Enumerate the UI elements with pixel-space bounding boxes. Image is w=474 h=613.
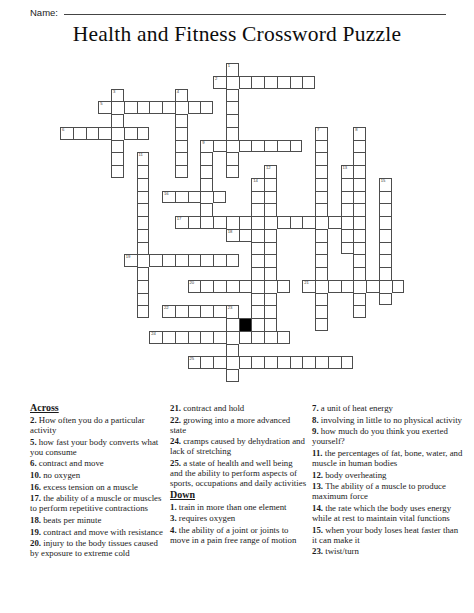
grid-cell[interactable] bbox=[353, 280, 366, 293]
grid-cell[interactable] bbox=[200, 305, 213, 318]
grid-cell[interactable] bbox=[200, 203, 213, 216]
clue-item: 17. the ability of a muscle or muscles t… bbox=[30, 493, 167, 513]
grid-cell[interactable] bbox=[379, 203, 392, 216]
grid-cell[interactable] bbox=[379, 254, 392, 267]
grid-cell[interactable] bbox=[264, 203, 277, 216]
clue-item: 5. how fast your body converts what you … bbox=[30, 437, 167, 457]
grid-cell[interactable] bbox=[188, 191, 201, 204]
grid-cell[interactable] bbox=[111, 114, 124, 127]
grid-cell[interactable] bbox=[251, 191, 264, 204]
grid-cell[interactable] bbox=[302, 216, 315, 229]
grid-cell[interactable] bbox=[341, 203, 354, 216]
grid-cell[interactable]: 22 bbox=[162, 305, 175, 318]
grid-cell[interactable] bbox=[264, 356, 277, 369]
grid-cell[interactable] bbox=[188, 254, 201, 267]
grid-cell[interactable] bbox=[175, 152, 188, 165]
grid-cell[interactable] bbox=[353, 254, 366, 267]
grid-cell[interactable] bbox=[239, 140, 252, 153]
grid-cell[interactable] bbox=[251, 318, 264, 331]
grid-cell[interactable]: 6 bbox=[60, 127, 73, 140]
clue-number: 11 bbox=[139, 153, 143, 158]
grid-cell[interactable]: 15 bbox=[379, 178, 392, 191]
clues-across-header: Across bbox=[30, 403, 167, 413]
clues-column-1: Across2. How often you do a particular a… bbox=[30, 403, 167, 560]
clues-column-2: 21. contract and hold22. growing into a … bbox=[170, 403, 307, 547]
grid-cell[interactable] bbox=[251, 254, 264, 267]
clues-down-header: Down bbox=[170, 490, 307, 500]
grid-cell[interactable] bbox=[98, 127, 111, 140]
grid-cell[interactable] bbox=[392, 280, 405, 293]
grid-cell[interactable] bbox=[353, 229, 366, 242]
grid-cell[interactable] bbox=[226, 127, 239, 140]
grid-cell[interactable] bbox=[175, 140, 188, 153]
clue-item: 14. the rate which the body uses energy … bbox=[312, 503, 464, 523]
clue-number: 18 bbox=[228, 230, 233, 235]
grid-cell[interactable] bbox=[290, 140, 303, 153]
grid-cell[interactable] bbox=[251, 216, 264, 229]
grid-cell[interactable] bbox=[226, 318, 239, 331]
clue-item: 9. how much do you think you exerted you… bbox=[312, 426, 464, 446]
grid-cell[interactable]: 9 bbox=[200, 140, 213, 153]
grid-cell[interactable] bbox=[226, 165, 239, 178]
grid-cell[interactable] bbox=[353, 165, 366, 178]
clue-item: 6. contract and move bbox=[30, 458, 167, 468]
grid-cell[interactable] bbox=[200, 280, 213, 293]
clue-item: 2. How often you do a particular activit… bbox=[30, 415, 167, 435]
clue-number: 25 bbox=[190, 357, 195, 362]
grid-cell[interactable] bbox=[341, 280, 354, 293]
clue-number: 24 bbox=[151, 332, 156, 337]
clue-item: 16. excess tension on a muscle bbox=[30, 482, 167, 492]
grid-cell[interactable] bbox=[264, 229, 277, 242]
grid-cell[interactable] bbox=[188, 216, 201, 229]
grid-cell[interactable]: 12 bbox=[264, 165, 277, 178]
grid-cell[interactable]: 3 bbox=[111, 89, 124, 102]
grid-cell[interactable] bbox=[137, 165, 150, 178]
grid-cell[interactable] bbox=[251, 229, 264, 242]
grid-cell[interactable] bbox=[226, 254, 239, 267]
grid-cell[interactable] bbox=[175, 331, 188, 344]
grid-cell[interactable] bbox=[73, 127, 86, 140]
clue-number: 1 bbox=[228, 64, 230, 69]
clue-item: 18. beats per minute bbox=[30, 515, 167, 525]
grid-cell[interactable] bbox=[200, 101, 213, 114]
crossword-grid: 123456789111213141516171819202122232425 bbox=[60, 63, 404, 382]
grid-cell[interactable] bbox=[290, 356, 303, 369]
grid-cell[interactable] bbox=[353, 293, 366, 306]
grid-cell[interactable] bbox=[213, 356, 226, 369]
grid-cell[interactable] bbox=[137, 229, 150, 242]
worksheet-page: Name: Health and Fitness Crossword Puzzl… bbox=[0, 0, 474, 613]
grid-cell[interactable] bbox=[315, 140, 328, 153]
clue-number: 17 bbox=[177, 217, 182, 222]
grid-cell[interactable] bbox=[137, 242, 150, 255]
grid-cell[interactable] bbox=[264, 254, 277, 267]
clue-item: 11. the percentages of fat, bone, water,… bbox=[312, 448, 464, 468]
grid-cell[interactable] bbox=[353, 203, 366, 216]
grid-cell[interactable]: 20 bbox=[188, 280, 201, 293]
clue-number: 20 bbox=[190, 281, 195, 286]
clue-number: 9 bbox=[202, 141, 204, 146]
grid-cell[interactable] bbox=[239, 331, 252, 344]
clue-item: 20. injury to the body tissues caused by… bbox=[30, 538, 167, 558]
grid-cell[interactable] bbox=[379, 191, 392, 204]
grid-cell[interactable] bbox=[264, 76, 277, 89]
grid-cell[interactable] bbox=[341, 356, 354, 369]
name-row: Name: bbox=[30, 2, 446, 15]
grid-cell[interactable] bbox=[341, 229, 354, 242]
grid-cell[interactable] bbox=[264, 318, 277, 331]
grid-cell[interactable] bbox=[149, 101, 162, 114]
grid-cell[interactable] bbox=[239, 280, 252, 293]
grid-cell[interactable] bbox=[200, 216, 213, 229]
grid-cell[interactable] bbox=[277, 280, 290, 293]
grid-cell[interactable] bbox=[124, 101, 137, 114]
grid-cell[interactable] bbox=[213, 216, 226, 229]
grid-cell[interactable] bbox=[353, 242, 366, 255]
grid-cell[interactable] bbox=[251, 356, 264, 369]
clues-column-3: 7. a unit of heat energy8. involving in … bbox=[312, 403, 464, 558]
grid-cell[interactable] bbox=[86, 127, 99, 140]
grid-cell[interactable] bbox=[226, 152, 239, 165]
grid-cell[interactable] bbox=[315, 178, 328, 191]
grid-cell[interactable] bbox=[200, 165, 213, 178]
grid-cell[interactable] bbox=[251, 242, 264, 255]
grid-cell[interactable] bbox=[111, 152, 124, 165]
grid-cell[interactable] bbox=[315, 203, 328, 216]
grid-cell[interactable] bbox=[213, 280, 226, 293]
grid-cell[interactable] bbox=[200, 191, 213, 204]
clue-item: 21. contract and hold bbox=[170, 403, 307, 413]
grid-cell[interactable] bbox=[264, 191, 277, 204]
grid-cell[interactable] bbox=[251, 267, 264, 280]
clue-number: 16 bbox=[164, 192, 169, 197]
grid-cell[interactable] bbox=[315, 305, 328, 318]
clue-item: 3. requires oxygen bbox=[170, 513, 307, 523]
clue-number: 2 bbox=[215, 77, 217, 82]
clue-number: 19 bbox=[126, 255, 131, 260]
grid-cell[interactable] bbox=[290, 216, 303, 229]
clue-number: 12 bbox=[266, 166, 271, 171]
grid-cell[interactable] bbox=[379, 267, 392, 280]
grid-cell[interactable] bbox=[162, 101, 175, 114]
grid-cell[interactable] bbox=[328, 280, 341, 293]
grid-cell[interactable] bbox=[213, 305, 226, 318]
grid-cell[interactable] bbox=[315, 152, 328, 165]
grid-cell[interactable] bbox=[315, 229, 328, 242]
grid-cell[interactable] bbox=[277, 331, 290, 344]
grid-cell[interactable] bbox=[353, 152, 366, 165]
grid-cell[interactable] bbox=[251, 203, 264, 216]
grid-cell[interactable] bbox=[175, 165, 188, 178]
grid-cell[interactable] bbox=[315, 191, 328, 204]
clue-item: 1. train in more than one element bbox=[170, 502, 307, 512]
grid-cell[interactable] bbox=[379, 280, 392, 293]
grid-cell[interactable] bbox=[353, 191, 366, 204]
grid-cell[interactable] bbox=[137, 254, 150, 267]
grid-cell[interactable]: 5 bbox=[98, 101, 111, 114]
grid-cell[interactable]: 21 bbox=[302, 280, 315, 293]
clue-item: 15. when your body loses heat faster tha… bbox=[312, 525, 464, 545]
grid-cell[interactable] bbox=[315, 242, 328, 255]
clue-number: 13 bbox=[343, 166, 348, 171]
grid-cell[interactable] bbox=[251, 140, 264, 153]
clue-item: 4. the ability of a joint or joints to m… bbox=[170, 525, 307, 545]
page-title: Health and Fitness Crossword Puzzle bbox=[0, 22, 474, 47]
grid-cell[interactable] bbox=[226, 369, 239, 382]
grid-cell[interactable] bbox=[149, 254, 162, 267]
clue-item: 23. twist/turn bbox=[312, 546, 464, 556]
grid-cell[interactable] bbox=[290, 76, 303, 89]
grid-cell[interactable] bbox=[111, 140, 124, 153]
grid-cell[interactable] bbox=[226, 216, 239, 229]
grid-cell[interactable] bbox=[353, 305, 366, 318]
grid-cell[interactable] bbox=[379, 242, 392, 255]
grid-cell[interactable] bbox=[200, 356, 213, 369]
grid-cell[interactable]: 2 bbox=[213, 76, 226, 89]
grid-cell[interactable] bbox=[200, 152, 213, 165]
grid-cell[interactable] bbox=[239, 356, 252, 369]
grid-cell[interactable] bbox=[264, 178, 277, 191]
grid-cell[interactable] bbox=[226, 331, 239, 344]
grid-cell[interactable] bbox=[353, 267, 366, 280]
grid-cell[interactable] bbox=[328, 356, 341, 369]
grid-cell[interactable] bbox=[137, 178, 150, 191]
grid-cell[interactable]: 17 bbox=[175, 216, 188, 229]
grid-cell[interactable] bbox=[213, 331, 226, 344]
clue-item: 22. growing into a more advanced state bbox=[170, 415, 307, 435]
grid-cell[interactable] bbox=[315, 318, 328, 331]
grid-cell[interactable] bbox=[188, 331, 201, 344]
blocked-cell bbox=[239, 318, 252, 331]
grid-cell[interactable] bbox=[188, 305, 201, 318]
grid-cell[interactable]: 8 bbox=[353, 127, 366, 140]
clue-number: 23 bbox=[228, 306, 233, 311]
grid-cell[interactable]: 25 bbox=[188, 356, 201, 369]
grid-cell[interactable] bbox=[251, 76, 264, 89]
grid-cell[interactable]: 16 bbox=[162, 191, 175, 204]
grid-cell[interactable] bbox=[353, 178, 366, 191]
grid-cell[interactable] bbox=[137, 293, 150, 306]
clue-number: 15 bbox=[381, 179, 386, 184]
grid-cell[interactable] bbox=[264, 331, 277, 344]
clue-number: 8 bbox=[355, 128, 357, 133]
grid-cell[interactable] bbox=[175, 305, 188, 318]
grid-cell[interactable] bbox=[137, 127, 150, 140]
clue-number: 21 bbox=[304, 281, 309, 286]
grid-cell[interactable] bbox=[251, 280, 264, 293]
grid-cell[interactable]: 23 bbox=[226, 305, 239, 318]
grid-cell[interactable] bbox=[111, 127, 124, 140]
grid-cell[interactable] bbox=[251, 305, 264, 318]
clue-number: 22 bbox=[164, 306, 169, 311]
clue-number: 14 bbox=[253, 179, 258, 184]
grid-cell[interactable] bbox=[226, 114, 239, 127]
grid-cell[interactable] bbox=[137, 101, 150, 114]
grid-cell[interactable] bbox=[315, 216, 328, 229]
name-input-line[interactable] bbox=[64, 13, 446, 15]
grid-cell[interactable] bbox=[315, 280, 328, 293]
grid-cell[interactable] bbox=[264, 293, 277, 306]
grid-cell[interactable] bbox=[175, 101, 188, 114]
grid-cell[interactable] bbox=[315, 254, 328, 267]
grid-cell[interactable] bbox=[137, 191, 150, 204]
grid-cell[interactable] bbox=[264, 216, 277, 229]
clue-item: 12. body overheating bbox=[312, 470, 464, 480]
grid-cell[interactable] bbox=[315, 267, 328, 280]
grid-cell[interactable] bbox=[226, 280, 239, 293]
clue-item: 10. no oxygen bbox=[30, 470, 167, 480]
grid-cell[interactable] bbox=[366, 280, 379, 293]
grid-cell[interactable] bbox=[264, 280, 277, 293]
clue-item: 24. cramps caused by dehydration and lac… bbox=[170, 436, 307, 456]
grid-cell[interactable] bbox=[379, 216, 392, 229]
grid-cell[interactable] bbox=[175, 191, 188, 204]
grid-cell[interactable] bbox=[264, 267, 277, 280]
grid-cell[interactable]: 13 bbox=[341, 165, 354, 178]
clue-number: 3 bbox=[113, 90, 115, 95]
grid-cell[interactable] bbox=[226, 356, 239, 369]
grid-cell[interactable] bbox=[264, 140, 277, 153]
grid-cell[interactable] bbox=[264, 242, 277, 255]
grid-cell[interactable] bbox=[353, 140, 366, 153]
grid-cell[interactable] bbox=[111, 101, 124, 114]
grid-cell[interactable] bbox=[239, 229, 252, 242]
grid-cell[interactable] bbox=[302, 356, 315, 369]
grid-cell[interactable] bbox=[353, 216, 366, 229]
grid-cell[interactable] bbox=[226, 76, 239, 89]
grid-cell[interactable] bbox=[251, 293, 264, 306]
clue-item: 8. involving in little to no physical ac… bbox=[312, 415, 464, 425]
grid-cell[interactable] bbox=[264, 305, 277, 318]
grid-cell[interactable] bbox=[162, 254, 175, 267]
grid-cell[interactable]: 11 bbox=[137, 152, 150, 165]
grid-cell[interactable] bbox=[213, 140, 226, 153]
name-label: Name: bbox=[30, 7, 58, 18]
grid-cell[interactable] bbox=[239, 216, 252, 229]
grid-cell[interactable] bbox=[111, 165, 124, 178]
grid-cell[interactable] bbox=[277, 140, 290, 153]
clue-item: 13. The ability of a muscle to produce m… bbox=[312, 481, 464, 501]
grid-cell[interactable] bbox=[200, 331, 213, 344]
grid-cell[interactable] bbox=[341, 191, 354, 204]
grid-cell[interactable] bbox=[137, 305, 150, 318]
grid-cell[interactable]: 7 bbox=[315, 127, 328, 140]
grid-cell[interactable]: 18 bbox=[226, 229, 239, 242]
grid-cell[interactable] bbox=[226, 89, 239, 102]
grid-cell[interactable] bbox=[175, 254, 188, 267]
clue-item: 25. a state of health and well being and… bbox=[170, 458, 307, 488]
grid-cell[interactable] bbox=[226, 344, 239, 357]
grid-cell[interactable] bbox=[277, 76, 290, 89]
clue-number: 4 bbox=[177, 90, 179, 95]
grid-cell[interactable] bbox=[239, 76, 252, 89]
grid-cell[interactable] bbox=[251, 331, 264, 344]
grid-cell[interactable] bbox=[341, 242, 354, 255]
grid-cell[interactable] bbox=[124, 127, 137, 140]
grid-cell[interactable] bbox=[315, 293, 328, 306]
grid-cell[interactable] bbox=[162, 331, 175, 344]
clue-number: 7 bbox=[317, 128, 319, 133]
clue-number: 6 bbox=[62, 128, 64, 133]
grid-cell[interactable] bbox=[328, 216, 341, 229]
grid-cell[interactable] bbox=[137, 267, 150, 280]
grid-cell[interactable] bbox=[213, 254, 226, 267]
grid-cell[interactable] bbox=[379, 229, 392, 242]
grid-cell[interactable] bbox=[175, 127, 188, 140]
grid-cell[interactable]: 4 bbox=[175, 89, 188, 102]
grid-cell[interactable] bbox=[226, 140, 239, 153]
grid-cell[interactable] bbox=[379, 293, 392, 306]
grid-cell[interactable] bbox=[315, 356, 328, 369]
grid-cell[interactable] bbox=[175, 114, 188, 127]
grid-cell[interactable] bbox=[341, 216, 354, 229]
clue-item: 19. contract and move with resistance bbox=[30, 527, 167, 537]
grid-cell[interactable] bbox=[137, 216, 150, 229]
grid-cell[interactable] bbox=[137, 280, 150, 293]
grid-cell[interactable] bbox=[226, 101, 239, 114]
grid-cell[interactable]: 14 bbox=[251, 178, 264, 191]
grid-cell[interactable] bbox=[277, 356, 290, 369]
grid-cell[interactable] bbox=[200, 178, 213, 191]
grid-cell[interactable] bbox=[277, 216, 290, 229]
grid-cell[interactable] bbox=[341, 178, 354, 191]
clue-number: 5 bbox=[100, 102, 102, 107]
grid-cell[interactable] bbox=[188, 101, 201, 114]
grid-cell[interactable] bbox=[213, 191, 226, 204]
grid-cell[interactable]: 1 bbox=[226, 63, 239, 76]
grid-cell[interactable]: 19 bbox=[124, 254, 137, 267]
clue-item: 7. a unit of heat energy bbox=[312, 403, 464, 413]
grid-cell[interactable] bbox=[302, 76, 315, 89]
grid-cell[interactable] bbox=[137, 203, 150, 216]
grid-cell[interactable]: 24 bbox=[149, 331, 162, 344]
grid-cell[interactable] bbox=[200, 254, 213, 267]
grid-cell[interactable] bbox=[315, 165, 328, 178]
